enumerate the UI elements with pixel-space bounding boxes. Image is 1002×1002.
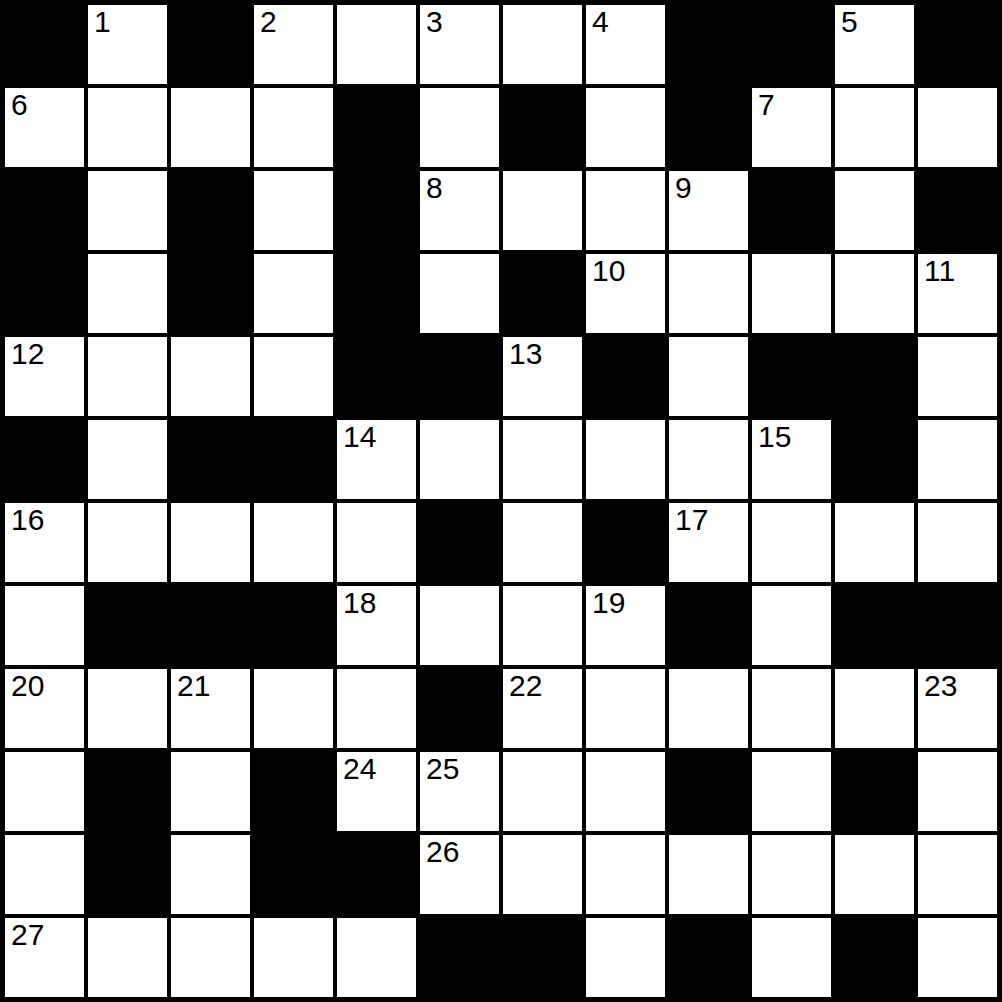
cell-r2c6[interactable]	[420, 88, 499, 167]
block-r10c4	[254, 752, 333, 831]
cell-r1c6[interactable]: 3	[420, 5, 499, 84]
block-r11c5	[337, 835, 416, 914]
cell-r11c3[interactable]	[171, 835, 250, 914]
cell-r9c11[interactable]	[835, 669, 914, 748]
cell-r8c10[interactable]	[752, 586, 831, 665]
cell-r7c4[interactable]	[254, 503, 333, 582]
cell-r9c1[interactable]: 20	[5, 669, 84, 748]
cell-r6c5[interactable]: 14	[337, 420, 416, 499]
cell-r10c10[interactable]	[752, 752, 831, 831]
block-r4c3	[171, 254, 250, 333]
cell-r4c12[interactable]: 11	[918, 254, 997, 333]
cell-r6c9[interactable]	[669, 420, 748, 499]
cell-r5c7[interactable]: 13	[503, 337, 582, 416]
cell-r9c3[interactable]: 21	[171, 669, 250, 748]
cell-r5c1[interactable]: 12	[5, 337, 84, 416]
cell-r3c8[interactable]	[586, 171, 665, 250]
block-r4c5	[337, 254, 416, 333]
cell-r11c8[interactable]	[586, 835, 665, 914]
cell-r10c3[interactable]	[171, 752, 250, 831]
cell-r11c6[interactable]: 26	[420, 835, 499, 914]
clue-number: 24	[343, 754, 376, 784]
clue-number: 4	[592, 7, 609, 37]
clue-number: 26	[426, 837, 459, 867]
clue-number: 17	[675, 505, 708, 535]
cell-r6c6[interactable]	[420, 420, 499, 499]
cell-r11c10[interactable]	[752, 835, 831, 914]
cell-r2c8[interactable]	[586, 88, 665, 167]
block-r7c8	[586, 503, 665, 582]
block-r12c6	[420, 918, 499, 997]
cell-r3c2[interactable]	[88, 171, 167, 250]
block-r8c2	[88, 586, 167, 665]
cell-r12c10[interactable]	[752, 918, 831, 997]
cell-r2c10[interactable]: 7	[752, 88, 831, 167]
cell-r1c4[interactable]: 2	[254, 5, 333, 84]
block-r1c9	[669, 5, 748, 84]
cell-r7c5[interactable]	[337, 503, 416, 582]
cell-r3c6[interactable]: 8	[420, 171, 499, 250]
cell-r3c7[interactable]	[503, 171, 582, 250]
block-r5c5	[337, 337, 416, 416]
block-r6c3	[171, 420, 250, 499]
cell-r3c9[interactable]: 9	[669, 171, 748, 250]
cell-r7c1[interactable]: 16	[5, 503, 84, 582]
block-r1c3	[171, 5, 250, 84]
block-r6c11	[835, 420, 914, 499]
crossword-board: 1234567891011121314151617181920212223242…	[0, 0, 1002, 1002]
block-r3c3	[171, 171, 250, 250]
cell-r12c12[interactable]	[918, 918, 997, 997]
cell-r6c2[interactable]	[88, 420, 167, 499]
cell-r4c10[interactable]	[752, 254, 831, 333]
cell-r2c4[interactable]	[254, 88, 333, 167]
cell-r3c4[interactable]	[254, 171, 333, 250]
clue-number: 16	[11, 505, 44, 535]
block-r2c9	[669, 88, 748, 167]
cell-r1c8[interactable]: 4	[586, 5, 665, 84]
cell-r12c8[interactable]	[586, 918, 665, 997]
cell-r7c9[interactable]: 17	[669, 503, 748, 582]
cell-r9c9[interactable]	[669, 669, 748, 748]
clue-number: 11	[924, 256, 955, 286]
cell-r5c2[interactable]	[88, 337, 167, 416]
block-r5c6	[420, 337, 499, 416]
block-r3c12	[918, 171, 997, 250]
cell-r9c10[interactable]	[752, 669, 831, 748]
clue-number: 23	[924, 671, 957, 701]
clue-number: 19	[592, 588, 625, 618]
cell-r9c2[interactable]	[88, 669, 167, 748]
cell-r12c1[interactable]: 27	[5, 918, 84, 997]
clue-number: 6	[11, 90, 28, 120]
cell-r8c7[interactable]	[503, 586, 582, 665]
block-r8c12	[918, 586, 997, 665]
block-r7c6	[420, 503, 499, 582]
clue-number: 5	[841, 7, 858, 37]
cell-r8c8[interactable]: 19	[586, 586, 665, 665]
cell-r7c12[interactable]	[918, 503, 997, 582]
cell-r8c1[interactable]	[5, 586, 84, 665]
clue-number: 7	[758, 90, 775, 120]
cell-r3c11[interactable]	[835, 171, 914, 250]
cell-r10c8[interactable]	[586, 752, 665, 831]
cell-r10c7[interactable]	[503, 752, 582, 831]
block-r12c7	[503, 918, 582, 997]
block-r2c7	[503, 88, 582, 167]
cell-r4c11[interactable]	[835, 254, 914, 333]
cell-r9c5[interactable]	[337, 669, 416, 748]
cell-r5c9[interactable]	[669, 337, 748, 416]
block-r1c1	[5, 5, 84, 84]
clue-number: 20	[11, 671, 44, 701]
clue-number: 9	[675, 173, 692, 203]
cell-r7c7[interactable]	[503, 503, 582, 582]
cell-r11c11[interactable]	[835, 835, 914, 914]
clue-number: 21	[177, 671, 210, 701]
cell-r4c6[interactable]	[420, 254, 499, 333]
cell-r10c5[interactable]: 24	[337, 752, 416, 831]
clue-number: 18	[343, 588, 376, 618]
cell-r4c2[interactable]	[88, 254, 167, 333]
block-r10c11	[835, 752, 914, 831]
cell-r12c5[interactable]	[337, 918, 416, 997]
block-r5c8	[586, 337, 665, 416]
block-r3c1	[5, 171, 84, 250]
cell-r1c11[interactable]: 5	[835, 5, 914, 84]
cell-r6c12[interactable]	[918, 420, 997, 499]
block-r5c10	[752, 337, 831, 416]
cell-r7c11[interactable]	[835, 503, 914, 582]
cell-r5c4[interactable]	[254, 337, 333, 416]
cell-r11c7[interactable]	[503, 835, 582, 914]
block-r4c7	[503, 254, 582, 333]
cell-r11c1[interactable]	[5, 835, 84, 914]
cell-r12c2[interactable]	[88, 918, 167, 997]
clue-number: 15	[758, 422, 791, 452]
block-r8c3	[171, 586, 250, 665]
block-r6c4	[254, 420, 333, 499]
cell-r4c4[interactable]	[254, 254, 333, 333]
clue-number: 8	[426, 173, 443, 203]
clue-number: 12	[11, 339, 44, 369]
cell-r5c12[interactable]	[918, 337, 997, 416]
cell-r4c9[interactable]	[669, 254, 748, 333]
cell-r7c2[interactable]	[88, 503, 167, 582]
block-r12c11	[835, 918, 914, 997]
block-r3c5	[337, 171, 416, 250]
block-r11c4	[254, 835, 333, 914]
block-r9c6	[420, 669, 499, 748]
cell-r1c2[interactable]: 1	[88, 5, 167, 84]
cell-r11c9[interactable]	[669, 835, 748, 914]
cell-r6c7[interactable]	[503, 420, 582, 499]
block-r10c2	[88, 752, 167, 831]
clue-number: 1	[94, 7, 111, 37]
cell-r8c6[interactable]	[420, 586, 499, 665]
block-r8c11	[835, 586, 914, 665]
block-r3c10	[752, 171, 831, 250]
block-r1c10	[752, 5, 831, 84]
cell-r5c3[interactable]	[171, 337, 250, 416]
block-r5c11	[835, 337, 914, 416]
cell-r7c3[interactable]	[171, 503, 250, 582]
cell-r1c5[interactable]	[337, 5, 416, 84]
cell-r6c10[interactable]: 15	[752, 420, 831, 499]
cell-r9c4[interactable]	[254, 669, 333, 748]
clue-number: 27	[11, 920, 44, 950]
clue-number: 22	[509, 671, 542, 701]
cell-r2c12[interactable]	[918, 88, 997, 167]
clue-number: 25	[426, 754, 459, 784]
cell-r4c8[interactable]: 10	[586, 254, 665, 333]
cell-r2c3[interactable]	[171, 88, 250, 167]
cell-r12c3[interactable]	[171, 918, 250, 997]
cell-r2c2[interactable]	[88, 88, 167, 167]
cell-r6c8[interactable]	[586, 420, 665, 499]
clue-number: 14	[343, 422, 376, 452]
cell-r9c7[interactable]: 22	[503, 669, 582, 748]
block-r11c2	[88, 835, 167, 914]
clue-number: 3	[426, 7, 443, 37]
cell-r2c11[interactable]	[835, 88, 914, 167]
block-r8c9	[669, 586, 748, 665]
block-r6c1	[5, 420, 84, 499]
cell-r9c8[interactable]	[586, 669, 665, 748]
cell-r7c10[interactable]	[752, 503, 831, 582]
cell-r10c6[interactable]: 25	[420, 752, 499, 831]
clue-number: 2	[260, 7, 277, 37]
cell-r12c4[interactable]	[254, 918, 333, 997]
block-r10c9	[669, 752, 748, 831]
cell-r10c12[interactable]	[918, 752, 997, 831]
block-r2c5	[337, 88, 416, 167]
clue-number: 10	[592, 256, 625, 286]
cell-r11c12[interactable]	[918, 835, 997, 914]
cell-r9c12[interactable]: 23	[918, 669, 997, 748]
block-r12c9	[669, 918, 748, 997]
cell-r2c1[interactable]: 6	[5, 88, 84, 167]
cell-r10c1[interactable]	[5, 752, 84, 831]
block-r1c12	[918, 5, 997, 84]
block-r8c4	[254, 586, 333, 665]
cell-r1c7[interactable]	[503, 5, 582, 84]
cell-r8c5[interactable]: 18	[337, 586, 416, 665]
clue-number: 13	[509, 339, 542, 369]
block-r4c1	[5, 254, 84, 333]
